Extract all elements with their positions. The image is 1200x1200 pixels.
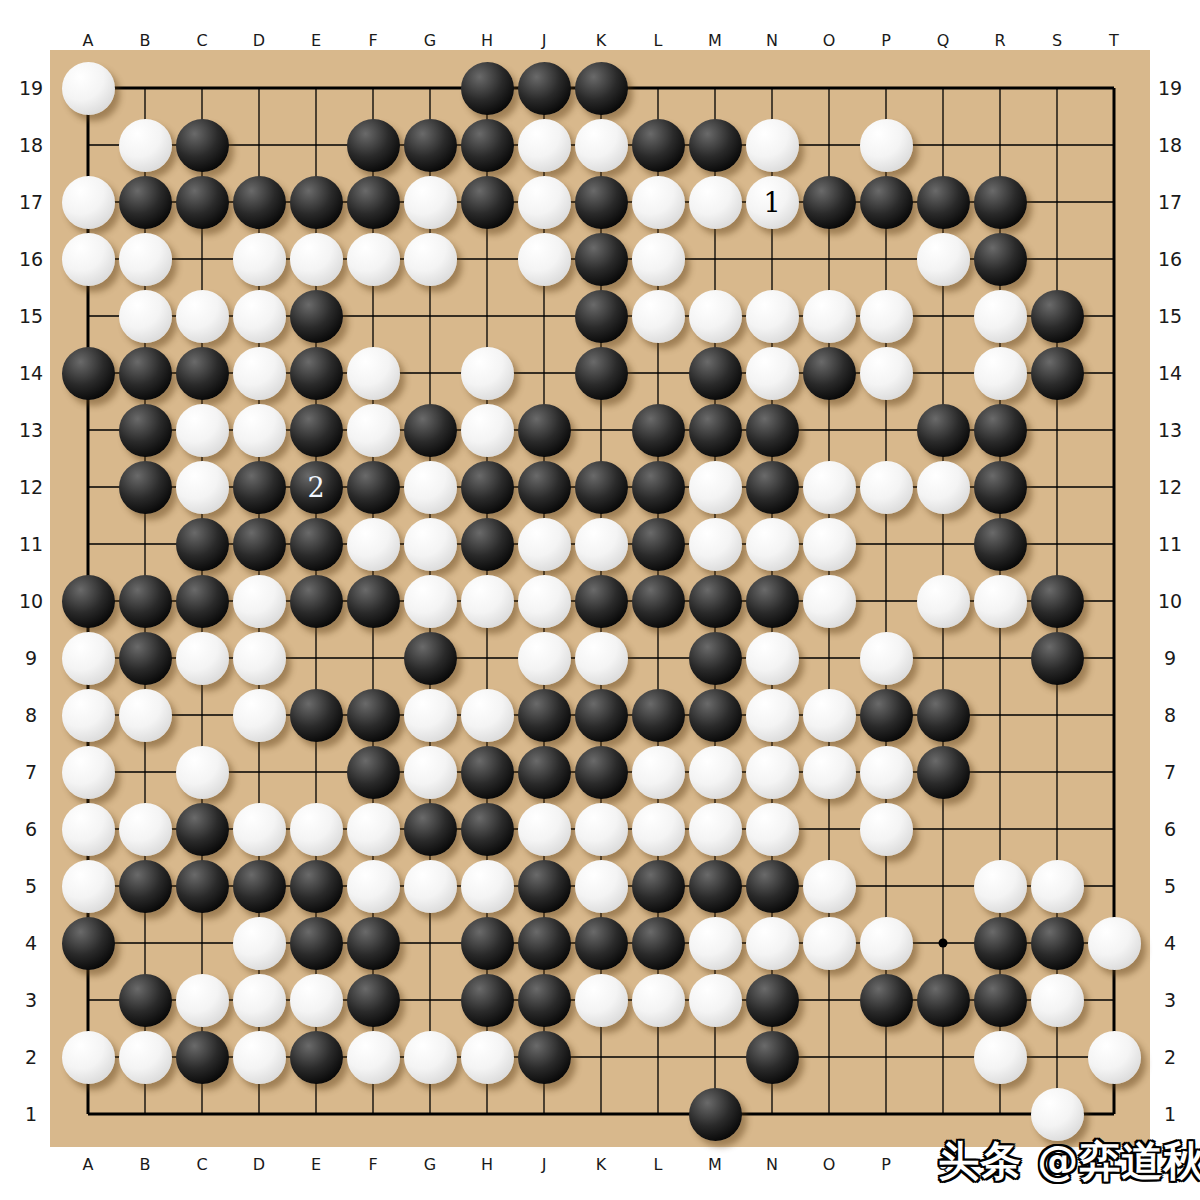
black-stone-e8[interactable] [290,689,343,742]
black-stone-r4[interactable] [974,917,1027,970]
row-label-left-3: 3 [25,989,37,1011]
white-stone-f6[interactable] [347,803,400,856]
row-label-right-5: 5 [1164,875,1176,897]
column-label-top-o: O [823,31,836,50]
white-stone-l7[interactable] [632,746,685,799]
white-stone-a9[interactable] [62,632,115,685]
black-stone-l10[interactable] [632,575,685,628]
black-stone-l11[interactable] [632,518,685,571]
white-stone-l15[interactable] [632,290,685,343]
black-stone-f4[interactable] [347,917,400,970]
column-label-bottom-j: J [542,1155,547,1174]
move-number-label: 2 [307,474,324,501]
black-stone-m9[interactable] [689,632,742,685]
white-stone-q12[interactable] [917,461,970,514]
white-stone-b15[interactable] [119,290,172,343]
column-label-bottom-m: M [708,1155,722,1174]
black-stone-m1[interactable] [689,1088,742,1141]
black-stone-h7[interactable] [461,746,514,799]
row-label-right-14: 14 [1158,362,1182,384]
white-stone-o5[interactable] [803,860,856,913]
black-stone-r17[interactable] [974,176,1027,229]
white-stone-p12[interactable] [860,461,913,514]
black-stone-r16[interactable] [974,233,1027,286]
black-stone-g6[interactable] [404,803,457,856]
black-stone-r13[interactable] [974,404,1027,457]
column-label-top-d: D [253,31,265,50]
black-stone-h19[interactable] [461,62,514,115]
white-stone-s5[interactable] [1031,860,1084,913]
white-stone-k5[interactable] [575,860,628,913]
white-stone-o11[interactable] [803,518,856,571]
black-stone-h18[interactable] [461,119,514,172]
white-stone-d16[interactable] [233,233,286,286]
column-label-bottom-o: O [823,1155,836,1174]
black-stone-p3[interactable] [860,974,913,1027]
black-stone-d12[interactable] [233,461,286,514]
black-stone-j7[interactable] [518,746,571,799]
column-label-top-c: C [196,31,207,50]
white-stone-n8[interactable] [746,689,799,742]
white-stone-p4[interactable] [860,917,913,970]
black-stone-f17[interactable] [347,176,400,229]
black-stone-g13[interactable] [404,404,457,457]
row-label-right-16: 16 [1158,248,1182,270]
white-stone-m3[interactable] [689,974,742,1027]
black-stone-n13[interactable] [746,404,799,457]
white-stone-h8[interactable] [461,689,514,742]
white-stone-h13[interactable] [461,404,514,457]
black-stone-e10[interactable] [290,575,343,628]
black-stone-f12[interactable] [347,461,400,514]
white-stone-k3[interactable] [575,974,628,1027]
white-stone-l3[interactable] [632,974,685,1027]
move-number-label: 1 [763,189,780,216]
white-stone-g10[interactable] [404,575,457,628]
black-stone-b5[interactable] [119,860,172,913]
column-label-top-l: L [654,31,663,50]
white-stone-g16[interactable] [404,233,457,286]
black-stone-f18[interactable] [347,119,400,172]
column-label-top-a: A [83,31,94,50]
black-stone-s10[interactable] [1031,575,1084,628]
row-label-left-17: 17 [19,191,43,213]
white-stone-g17[interactable] [404,176,457,229]
row-label-right-12: 12 [1158,476,1182,498]
column-label-top-f: F [368,31,377,50]
white-stone-h5[interactable] [461,860,514,913]
column-label-bottom-b: B [140,1155,151,1174]
white-stone-f2[interactable] [347,1031,400,1084]
white-stone-s1[interactable] [1031,1088,1084,1141]
white-stone-d4[interactable] [233,917,286,970]
black-stone-h11[interactable] [461,518,514,571]
white-stone-c13[interactable] [176,404,229,457]
white-stone-d2[interactable] [233,1031,286,1084]
white-stone-c3[interactable] [176,974,229,1027]
black-stone-q13[interactable] [917,404,970,457]
column-label-bottom-h: H [481,1155,493,1174]
star-point-q4 [939,939,948,948]
black-stone-e12[interactable]: 2 [290,461,343,514]
black-stone-j8[interactable] [518,689,571,742]
column-label-top-r: R [994,31,1005,50]
white-stone-o12[interactable] [803,461,856,514]
black-stone-m13[interactable] [689,404,742,457]
black-stone-e5[interactable] [290,860,343,913]
black-stone-q3[interactable] [917,974,970,1027]
black-stone-n10[interactable] [746,575,799,628]
white-stone-a7[interactable] [62,746,115,799]
black-stone-e2[interactable] [290,1031,343,1084]
black-stone-d5[interactable] [233,860,286,913]
black-stone-f8[interactable] [347,689,400,742]
white-stone-j11[interactable] [518,518,571,571]
black-stone-n5[interactable] [746,860,799,913]
white-stone-g5[interactable] [404,860,457,913]
black-stone-f7[interactable] [347,746,400,799]
white-stone-h2[interactable] [461,1031,514,1084]
black-stone-p17[interactable] [860,176,913,229]
column-label-top-h: H [481,31,493,50]
row-label-left-7: 7 [25,761,37,783]
black-stone-h12[interactable] [461,461,514,514]
white-stone-k18[interactable] [575,119,628,172]
black-stone-b10[interactable] [119,575,172,628]
black-stone-h17[interactable] [461,176,514,229]
black-stone-l8[interactable] [632,689,685,742]
white-stone-f13[interactable] [347,404,400,457]
white-stone-b6[interactable] [119,803,172,856]
black-stone-h4[interactable] [461,917,514,970]
column-label-top-n: N [766,31,778,50]
white-stone-e16[interactable] [290,233,343,286]
black-stone-n12[interactable] [746,461,799,514]
black-stone-h3[interactable] [461,974,514,1027]
white-stone-d14[interactable] [233,347,286,400]
white-stone-j18[interactable] [518,119,571,172]
white-stone-k9[interactable] [575,632,628,685]
white-stone-o7[interactable] [803,746,856,799]
white-stone-e3[interactable] [290,974,343,1027]
black-stone-b17[interactable] [119,176,172,229]
row-label-right-2: 2 [1164,1046,1176,1068]
white-stone-c7[interactable] [176,746,229,799]
white-stone-d8[interactable] [233,689,286,742]
white-stone-o15[interactable] [803,290,856,343]
black-stone-k15[interactable] [575,290,628,343]
row-label-left-9: 9 [25,647,37,669]
row-label-left-14: 14 [19,362,43,384]
black-stone-s4[interactable] [1031,917,1084,970]
black-stone-q7[interactable] [917,746,970,799]
white-stone-n6[interactable] [746,803,799,856]
white-stone-n7[interactable] [746,746,799,799]
white-stone-k6[interactable] [575,803,628,856]
column-label-top-g: G [424,31,436,50]
black-stone-k10[interactable] [575,575,628,628]
white-stone-f16[interactable] [347,233,400,286]
black-stone-k14[interactable] [575,347,628,400]
black-stone-c5[interactable] [176,860,229,913]
black-stone-a10[interactable] [62,575,115,628]
row-label-right-7: 7 [1164,761,1176,783]
white-stone-p6[interactable] [860,803,913,856]
row-label-left-16: 16 [19,248,43,270]
row-label-left-1: 1 [25,1103,37,1125]
black-stone-s9[interactable] [1031,632,1084,685]
black-stone-k7[interactable] [575,746,628,799]
row-label-left-18: 18 [19,134,43,156]
white-stone-g7[interactable] [404,746,457,799]
black-stone-k4[interactable] [575,917,628,970]
white-stone-r2[interactable] [974,1031,1027,1084]
black-stone-k8[interactable] [575,689,628,742]
white-stone-g11[interactable] [404,518,457,571]
black-stone-d17[interactable] [233,176,286,229]
row-label-left-4: 4 [25,932,37,954]
white-stone-o10[interactable] [803,575,856,628]
black-stone-a14[interactable] [62,347,115,400]
black-stone-f10[interactable] [347,575,400,628]
black-stone-j2[interactable] [518,1031,571,1084]
black-stone-s15[interactable] [1031,290,1084,343]
row-label-right-8: 8 [1164,704,1176,726]
white-stone-d15[interactable] [233,290,286,343]
row-label-right-3: 3 [1164,989,1176,1011]
column-label-top-e: E [311,31,321,50]
white-stone-m15[interactable] [689,290,742,343]
column-label-bottom-p: P [881,1155,891,1174]
black-stone-m10[interactable] [689,575,742,628]
black-stone-c18[interactable] [176,119,229,172]
black-stone-l4[interactable] [632,917,685,970]
white-stone-a8[interactable] [62,689,115,742]
black-stone-b3[interactable] [119,974,172,1027]
black-stone-e13[interactable] [290,404,343,457]
black-stone-e11[interactable] [290,518,343,571]
white-stone-n18[interactable] [746,119,799,172]
black-stone-b14[interactable] [119,347,172,400]
white-stone-g8[interactable] [404,689,457,742]
white-stone-a2[interactable] [62,1031,115,1084]
white-stone-f14[interactable] [347,347,400,400]
white-stone-r15[interactable] [974,290,1027,343]
white-stone-p9[interactable] [860,632,913,685]
white-stone-k11[interactable] [575,518,628,571]
black-stone-b13[interactable] [119,404,172,457]
column-label-top-q: Q [937,31,950,50]
black-stone-e17[interactable] [290,176,343,229]
white-stone-q16[interactable] [917,233,970,286]
white-stone-m7[interactable] [689,746,742,799]
black-stone-m5[interactable] [689,860,742,913]
black-stone-c11[interactable] [176,518,229,571]
white-stone-n17[interactable]: 1 [746,176,799,229]
column-label-bottom-d: D [253,1155,265,1174]
black-stone-l18[interactable] [632,119,685,172]
white-stone-n14[interactable] [746,347,799,400]
white-stone-m12[interactable] [689,461,742,514]
white-stone-t4[interactable] [1088,917,1141,970]
white-stone-b18[interactable] [119,119,172,172]
black-stone-o14[interactable] [803,347,856,400]
black-stone-f3[interactable] [347,974,400,1027]
black-stone-l13[interactable] [632,404,685,457]
row-label-left-19: 19 [19,77,43,99]
white-stone-d10[interactable] [233,575,286,628]
column-label-bottom-g: G [424,1155,436,1174]
white-stone-r5[interactable] [974,860,1027,913]
black-stone-k17[interactable] [575,176,628,229]
black-stone-b12[interactable] [119,461,172,514]
black-stone-l5[interactable] [632,860,685,913]
black-stone-r12[interactable] [974,461,1027,514]
white-stone-n11[interactable] [746,518,799,571]
black-stone-q17[interactable] [917,176,970,229]
white-stone-n9[interactable] [746,632,799,685]
white-stone-b8[interactable] [119,689,172,742]
black-stone-e4[interactable] [290,917,343,970]
white-stone-j17[interactable] [518,176,571,229]
white-stone-n4[interactable] [746,917,799,970]
white-stone-j16[interactable] [518,233,571,286]
black-stone-g18[interactable] [404,119,457,172]
white-stone-a19[interactable] [62,62,115,115]
white-stone-b2[interactable] [119,1031,172,1084]
black-stone-k12[interactable] [575,461,628,514]
black-stone-c2[interactable] [176,1031,229,1084]
white-stone-e6[interactable] [290,803,343,856]
white-stone-p18[interactable] [860,119,913,172]
column-label-top-p: P [881,31,891,50]
white-stone-j10[interactable] [518,575,571,628]
black-stone-e15[interactable] [290,290,343,343]
white-stone-o8[interactable] [803,689,856,742]
white-stone-d3[interactable] [233,974,286,1027]
black-stone-m14[interactable] [689,347,742,400]
white-stone-h10[interactable] [461,575,514,628]
column-label-bottom-a: A [83,1155,94,1174]
row-label-right-4: 4 [1164,932,1176,954]
row-label-left-12: 12 [19,476,43,498]
black-stone-d11[interactable] [233,518,286,571]
black-stone-s14[interactable] [1031,347,1084,400]
white-stone-d6[interactable] [233,803,286,856]
black-stone-j5[interactable] [518,860,571,913]
white-stone-g12[interactable] [404,461,457,514]
row-label-right-17: 17 [1158,191,1182,213]
column-label-top-k: K [596,31,607,50]
black-stone-r11[interactable] [974,518,1027,571]
row-label-right-11: 11 [1158,533,1182,555]
white-stone-o4[interactable] [803,917,856,970]
column-label-top-j: J [542,31,547,50]
black-stone-e14[interactable] [290,347,343,400]
black-stone-c14[interactable] [176,347,229,400]
black-stone-m18[interactable] [689,119,742,172]
white-stone-a17[interactable] [62,176,115,229]
row-label-right-19: 19 [1158,77,1182,99]
row-label-left-6: 6 [25,818,37,840]
column-label-bottom-f: F [368,1155,377,1174]
black-stone-r3[interactable] [974,974,1027,1027]
white-stone-m4[interactable] [689,917,742,970]
white-stone-a5[interactable] [62,860,115,913]
black-stone-h6[interactable] [461,803,514,856]
black-stone-q8[interactable] [917,689,970,742]
black-stone-k16[interactable] [575,233,628,286]
white-stone-l17[interactable] [632,176,685,229]
row-label-left-5: 5 [25,875,37,897]
black-stone-j4[interactable] [518,917,571,970]
black-stone-j19[interactable] [518,62,571,115]
black-stone-j12[interactable] [518,461,571,514]
black-stone-a4[interactable] [62,917,115,970]
white-stone-p14[interactable] [860,347,913,400]
white-stone-m6[interactable] [689,803,742,856]
row-label-left-13: 13 [19,419,43,441]
column-label-bottom-l: L [654,1155,663,1174]
white-stone-s3[interactable] [1031,974,1084,1027]
white-stone-p15[interactable] [860,290,913,343]
black-stone-c6[interactable] [176,803,229,856]
white-stone-j6[interactable] [518,803,571,856]
black-stone-m8[interactable] [689,689,742,742]
white-stone-r14[interactable] [974,347,1027,400]
white-stone-c15[interactable] [176,290,229,343]
white-stone-d9[interactable] [233,632,286,685]
black-stone-k19[interactable] [575,62,628,115]
white-stone-q10[interactable] [917,575,970,628]
white-stone-r10[interactable] [974,575,1027,628]
white-stone-c9[interactable] [176,632,229,685]
black-stone-j3[interactable] [518,974,571,1027]
black-stone-j13[interactable] [518,404,571,457]
white-stone-m17[interactable] [689,176,742,229]
white-stone-l16[interactable] [632,233,685,286]
white-stone-b16[interactable] [119,233,172,286]
white-stone-a16[interactable] [62,233,115,286]
white-stone-h14[interactable] [461,347,514,400]
white-stone-p7[interactable] [860,746,913,799]
white-stone-c12[interactable] [176,461,229,514]
black-stone-o17[interactable] [803,176,856,229]
black-stone-b9[interactable] [119,632,172,685]
row-label-right-10: 10 [1158,590,1182,612]
black-stone-c17[interactable] [176,176,229,229]
white-stone-f11[interactable] [347,518,400,571]
row-label-right-6: 6 [1164,818,1176,840]
white-stone-a6[interactable] [62,803,115,856]
white-stone-l6[interactable] [632,803,685,856]
black-stone-n2[interactable] [746,1031,799,1084]
white-stone-g2[interactable] [404,1031,457,1084]
black-stone-p8[interactable] [860,689,913,742]
black-stone-g9[interactable] [404,632,457,685]
row-label-right-13: 13 [1158,419,1182,441]
white-stone-t2[interactable] [1088,1031,1141,1084]
white-stone-f5[interactable] [347,860,400,913]
black-stone-c10[interactable] [176,575,229,628]
black-stone-n3[interactable] [746,974,799,1027]
white-stone-m11[interactable] [689,518,742,571]
black-stone-l12[interactable] [632,461,685,514]
white-stone-n15[interactable] [746,290,799,343]
column-label-top-m: M [708,31,722,50]
white-stone-d13[interactable] [233,404,286,457]
white-stone-j9[interactable] [518,632,571,685]
